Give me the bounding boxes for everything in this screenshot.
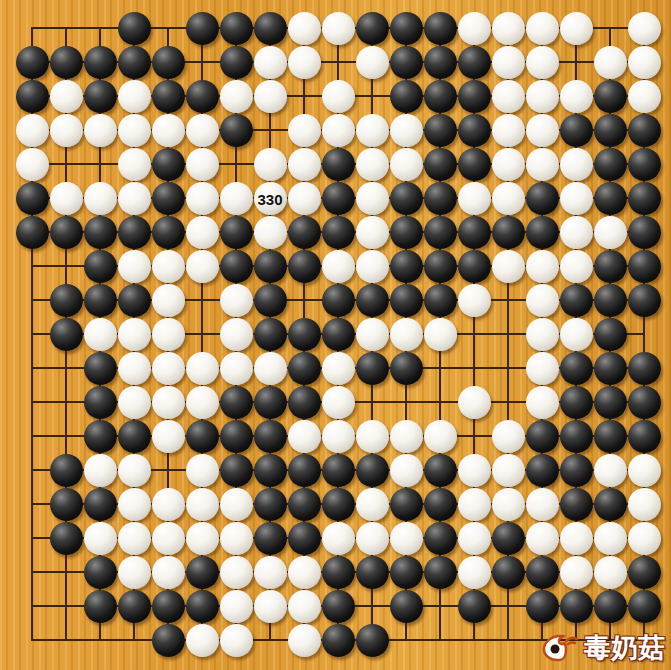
black-stone bbox=[50, 522, 83, 555]
white-stone bbox=[356, 182, 389, 215]
white-stone bbox=[16, 114, 49, 147]
black-stone bbox=[594, 148, 627, 181]
white-stone bbox=[560, 556, 593, 589]
black-stone bbox=[424, 148, 457, 181]
black-stone bbox=[254, 284, 287, 317]
white-stone bbox=[152, 522, 185, 555]
white-stone bbox=[356, 148, 389, 181]
white-stone bbox=[356, 488, 389, 521]
white-stone bbox=[492, 488, 525, 521]
black-stone bbox=[424, 80, 457, 113]
white-stone bbox=[322, 352, 355, 385]
white-stone bbox=[390, 318, 423, 351]
black-stone bbox=[390, 590, 423, 623]
white-stone bbox=[492, 12, 525, 45]
watermark: 毒奶菇 bbox=[542, 630, 665, 666]
white-stone bbox=[492, 420, 525, 453]
black-stone bbox=[152, 46, 185, 79]
white-stone bbox=[152, 250, 185, 283]
black-stone bbox=[356, 284, 389, 317]
black-stone bbox=[118, 12, 151, 45]
black-stone bbox=[84, 488, 117, 521]
white-stone bbox=[220, 352, 253, 385]
white-stone bbox=[288, 12, 321, 45]
white-stone bbox=[458, 386, 491, 419]
white-stone bbox=[288, 420, 321, 453]
black-stone bbox=[526, 216, 559, 249]
black-stone bbox=[118, 284, 151, 317]
black-stone bbox=[322, 556, 355, 589]
black-stone bbox=[152, 182, 185, 215]
black-stone bbox=[594, 250, 627, 283]
black-stone bbox=[390, 182, 423, 215]
white-stone bbox=[118, 318, 151, 351]
white-stone bbox=[458, 454, 491, 487]
white-stone bbox=[594, 454, 627, 487]
black-stone bbox=[390, 216, 423, 249]
black-stone bbox=[84, 556, 117, 589]
black-stone bbox=[628, 284, 661, 317]
black-stone bbox=[356, 12, 389, 45]
black-stone bbox=[254, 12, 287, 45]
black-stone bbox=[220, 216, 253, 249]
black-stone bbox=[560, 488, 593, 521]
white-stone bbox=[526, 250, 559, 283]
white-stone bbox=[152, 420, 185, 453]
black-stone bbox=[288, 352, 321, 385]
black-stone bbox=[254, 420, 287, 453]
white-stone bbox=[16, 148, 49, 181]
black-stone bbox=[390, 250, 423, 283]
black-stone bbox=[424, 250, 457, 283]
white-stone bbox=[390, 114, 423, 147]
white-stone bbox=[220, 80, 253, 113]
white-stone bbox=[526, 12, 559, 45]
white-stone bbox=[186, 488, 219, 521]
white-stone bbox=[118, 148, 151, 181]
white-stone bbox=[560, 12, 593, 45]
black-stone bbox=[628, 148, 661, 181]
white-stone bbox=[254, 216, 287, 249]
white-stone bbox=[152, 318, 185, 351]
black-stone bbox=[84, 352, 117, 385]
white-stone bbox=[220, 556, 253, 589]
black-stone bbox=[458, 148, 491, 181]
black-stone bbox=[152, 624, 185, 657]
white-stone bbox=[458, 182, 491, 215]
white-stone bbox=[186, 454, 219, 487]
black-stone bbox=[526, 182, 559, 215]
white-stone bbox=[254, 590, 287, 623]
white-stone bbox=[288, 46, 321, 79]
white-stone bbox=[220, 318, 253, 351]
black-stone bbox=[560, 454, 593, 487]
white-stone bbox=[186, 148, 219, 181]
black-stone bbox=[628, 216, 661, 249]
black-stone bbox=[288, 386, 321, 419]
black-stone bbox=[322, 590, 355, 623]
white-stone bbox=[288, 590, 321, 623]
white-stone bbox=[356, 114, 389, 147]
white-stone bbox=[118, 182, 151, 215]
white-stone bbox=[186, 182, 219, 215]
black-stone bbox=[526, 556, 559, 589]
white-stone bbox=[288, 556, 321, 589]
white-stone bbox=[492, 80, 525, 113]
black-stone bbox=[220, 386, 253, 419]
white-stone bbox=[628, 488, 661, 521]
white-stone bbox=[220, 624, 253, 657]
black-stone bbox=[288, 522, 321, 555]
white-stone bbox=[390, 454, 423, 487]
black-stone bbox=[424, 556, 457, 589]
black-stone bbox=[50, 488, 83, 521]
black-stone bbox=[526, 454, 559, 487]
black-stone bbox=[288, 488, 321, 521]
white-stone bbox=[186, 216, 219, 249]
black-stone bbox=[458, 250, 491, 283]
white-stone bbox=[288, 182, 321, 215]
white-stone bbox=[390, 148, 423, 181]
white-stone bbox=[526, 284, 559, 317]
white-stone bbox=[152, 352, 185, 385]
black-stone bbox=[152, 80, 185, 113]
black-stone bbox=[390, 12, 423, 45]
white-stone bbox=[594, 556, 627, 589]
black-stone bbox=[118, 46, 151, 79]
white-stone bbox=[84, 318, 117, 351]
white-stone bbox=[458, 522, 491, 555]
black-stone bbox=[84, 420, 117, 453]
black-stone bbox=[220, 250, 253, 283]
white-stone bbox=[628, 46, 661, 79]
white-stone bbox=[322, 420, 355, 453]
black-stone bbox=[322, 454, 355, 487]
white-stone bbox=[220, 182, 253, 215]
black-stone bbox=[254, 488, 287, 521]
black-stone bbox=[560, 352, 593, 385]
black-stone bbox=[84, 590, 117, 623]
black-stone bbox=[322, 624, 355, 657]
black-stone bbox=[16, 80, 49, 113]
black-stone bbox=[322, 216, 355, 249]
white-stone bbox=[220, 522, 253, 555]
white-stone bbox=[186, 352, 219, 385]
white-stone bbox=[254, 80, 287, 113]
black-stone bbox=[492, 216, 525, 249]
black-stone bbox=[50, 284, 83, 317]
white-stone bbox=[322, 80, 355, 113]
white-stone bbox=[118, 386, 151, 419]
black-stone bbox=[152, 216, 185, 249]
black-stone bbox=[628, 420, 661, 453]
white-stone bbox=[560, 522, 593, 555]
white-stone bbox=[526, 386, 559, 419]
black-stone bbox=[356, 352, 389, 385]
black-stone bbox=[118, 420, 151, 453]
black-stone bbox=[458, 80, 491, 113]
white-stone bbox=[254, 556, 287, 589]
black-stone bbox=[50, 216, 83, 249]
white-stone bbox=[322, 114, 355, 147]
white-stone bbox=[424, 318, 457, 351]
black-stone bbox=[356, 624, 389, 657]
white-stone bbox=[118, 114, 151, 147]
white-stone bbox=[628, 80, 661, 113]
white-stone bbox=[254, 352, 287, 385]
black-stone bbox=[118, 216, 151, 249]
white-stone bbox=[186, 386, 219, 419]
white-stone bbox=[560, 148, 593, 181]
white-stone bbox=[152, 386, 185, 419]
black-stone bbox=[322, 318, 355, 351]
black-stone bbox=[628, 352, 661, 385]
black-stone bbox=[390, 284, 423, 317]
white-stone bbox=[356, 250, 389, 283]
white-stone bbox=[186, 624, 219, 657]
black-stone bbox=[424, 454, 457, 487]
black-stone bbox=[594, 284, 627, 317]
white-stone bbox=[356, 216, 389, 249]
white-stone bbox=[526, 46, 559, 79]
black-stone bbox=[458, 114, 491, 147]
white-stone bbox=[356, 522, 389, 555]
black-stone bbox=[84, 80, 117, 113]
white-stone bbox=[220, 284, 253, 317]
black-stone bbox=[186, 80, 219, 113]
white-stone bbox=[84, 454, 117, 487]
black-stone bbox=[84, 46, 117, 79]
white-stone bbox=[118, 522, 151, 555]
white-stone bbox=[492, 182, 525, 215]
black-stone bbox=[594, 590, 627, 623]
black-stone bbox=[16, 216, 49, 249]
black-stone bbox=[594, 352, 627, 385]
black-stone bbox=[220, 46, 253, 79]
white-stone bbox=[526, 318, 559, 351]
white-stone bbox=[390, 420, 423, 453]
black-stone bbox=[526, 420, 559, 453]
black-stone bbox=[390, 556, 423, 589]
black-stone bbox=[186, 590, 219, 623]
black-stone bbox=[628, 250, 661, 283]
white-stone bbox=[118, 80, 151, 113]
black-stone bbox=[628, 114, 661, 147]
black-stone bbox=[220, 420, 253, 453]
black-stone bbox=[84, 250, 117, 283]
white-stone bbox=[118, 352, 151, 385]
black-stone bbox=[288, 250, 321, 283]
white-stone bbox=[526, 522, 559, 555]
white-stone bbox=[118, 556, 151, 589]
black-stone bbox=[458, 590, 491, 623]
black-stone bbox=[594, 420, 627, 453]
black-stone bbox=[560, 590, 593, 623]
white-stone bbox=[628, 454, 661, 487]
white-stone bbox=[84, 182, 117, 215]
white-stone bbox=[118, 454, 151, 487]
watermark-logo-icon bbox=[542, 633, 580, 663]
white-stone bbox=[254, 46, 287, 79]
white-stone bbox=[424, 420, 457, 453]
black-stone bbox=[118, 590, 151, 623]
black-stone bbox=[628, 182, 661, 215]
black-stone bbox=[322, 148, 355, 181]
black-stone bbox=[254, 386, 287, 419]
white-stone bbox=[594, 522, 627, 555]
white-stone bbox=[492, 454, 525, 487]
white-stone bbox=[526, 352, 559, 385]
white-stone bbox=[492, 250, 525, 283]
white-stone bbox=[560, 216, 593, 249]
black-stone bbox=[254, 250, 287, 283]
white-stone bbox=[492, 46, 525, 79]
black-stone bbox=[288, 318, 321, 351]
black-stone bbox=[254, 454, 287, 487]
black-stone bbox=[424, 114, 457, 147]
black-stone bbox=[594, 182, 627, 215]
black-stone bbox=[492, 556, 525, 589]
white-stone bbox=[492, 148, 525, 181]
white-stone bbox=[322, 386, 355, 419]
white-stone bbox=[594, 46, 627, 79]
black-stone bbox=[560, 386, 593, 419]
black-stone bbox=[220, 12, 253, 45]
white-stone bbox=[390, 522, 423, 555]
black-stone bbox=[356, 454, 389, 487]
black-stone bbox=[186, 556, 219, 589]
white-stone bbox=[458, 556, 491, 589]
black-stone bbox=[220, 114, 253, 147]
white-stone bbox=[186, 114, 219, 147]
black-stone bbox=[50, 46, 83, 79]
white-stone bbox=[356, 420, 389, 453]
black-stone bbox=[152, 148, 185, 181]
black-stone bbox=[84, 284, 117, 317]
black-stone bbox=[186, 12, 219, 45]
black-stone bbox=[390, 46, 423, 79]
black-stone bbox=[594, 318, 627, 351]
white-stone bbox=[356, 46, 389, 79]
black-stone bbox=[288, 216, 321, 249]
black-stone bbox=[594, 114, 627, 147]
black-stone bbox=[288, 454, 321, 487]
white-stone bbox=[560, 80, 593, 113]
black-stone bbox=[628, 590, 661, 623]
white-stone bbox=[288, 624, 321, 657]
black-stone bbox=[186, 420, 219, 453]
black-stone bbox=[16, 46, 49, 79]
white-stone bbox=[628, 12, 661, 45]
black-stone bbox=[594, 488, 627, 521]
black-stone bbox=[594, 386, 627, 419]
white-stone bbox=[458, 284, 491, 317]
white-stone bbox=[84, 522, 117, 555]
black-stone bbox=[322, 488, 355, 521]
white-stone bbox=[84, 114, 117, 147]
black-stone bbox=[390, 488, 423, 521]
white-stone bbox=[288, 148, 321, 181]
black-stone bbox=[356, 556, 389, 589]
black-stone bbox=[560, 114, 593, 147]
black-stone bbox=[84, 386, 117, 419]
black-stone bbox=[594, 80, 627, 113]
black-stone bbox=[560, 284, 593, 317]
black-stone bbox=[50, 454, 83, 487]
black-stone bbox=[424, 46, 457, 79]
black-stone bbox=[322, 182, 355, 215]
white-stone bbox=[152, 284, 185, 317]
white-stone bbox=[322, 522, 355, 555]
white-stone bbox=[288, 114, 321, 147]
black-stone bbox=[50, 318, 83, 351]
black-stone bbox=[628, 556, 661, 589]
white-stone bbox=[594, 216, 627, 249]
white-stone bbox=[118, 250, 151, 283]
watermark-text: 毒奶菇 bbox=[584, 630, 665, 666]
white-stone bbox=[322, 12, 355, 45]
black-stone bbox=[390, 352, 423, 385]
black-stone bbox=[424, 284, 457, 317]
black-stone bbox=[424, 488, 457, 521]
black-stone bbox=[152, 590, 185, 623]
white-stone bbox=[526, 148, 559, 181]
black-stone bbox=[424, 522, 457, 555]
black-stone bbox=[16, 182, 49, 215]
white-stone bbox=[186, 522, 219, 555]
move-number-label: 330 bbox=[257, 191, 282, 208]
black-stone bbox=[84, 216, 117, 249]
white-stone bbox=[458, 488, 491, 521]
black-stone bbox=[492, 522, 525, 555]
white-stone bbox=[152, 114, 185, 147]
black-stone bbox=[220, 454, 253, 487]
white-stone bbox=[526, 80, 559, 113]
white-stone bbox=[628, 522, 661, 555]
white-stone bbox=[50, 80, 83, 113]
black-stone bbox=[458, 46, 491, 79]
white-stone bbox=[186, 250, 219, 283]
white-stone bbox=[322, 250, 355, 283]
black-stone bbox=[390, 80, 423, 113]
white-stone bbox=[526, 488, 559, 521]
white-stone bbox=[50, 114, 83, 147]
white-stone bbox=[560, 318, 593, 351]
white-stone bbox=[152, 556, 185, 589]
white-stone bbox=[50, 182, 83, 215]
black-stone bbox=[322, 284, 355, 317]
white-stone bbox=[220, 488, 253, 521]
white-stone bbox=[152, 488, 185, 521]
white-stone bbox=[220, 590, 253, 623]
black-stone bbox=[254, 318, 287, 351]
white-stone bbox=[254, 148, 287, 181]
white-stone bbox=[492, 114, 525, 147]
white-stone bbox=[526, 114, 559, 147]
black-stone bbox=[254, 522, 287, 555]
black-stone bbox=[526, 590, 559, 623]
go-board-screenshot: 330 毒奶菇 bbox=[0, 0, 671, 670]
black-stone bbox=[424, 216, 457, 249]
white-stone bbox=[356, 318, 389, 351]
white-stone bbox=[458, 12, 491, 45]
white-stone bbox=[118, 488, 151, 521]
black-stone bbox=[628, 386, 661, 419]
black-stone bbox=[424, 182, 457, 215]
black-stone bbox=[560, 420, 593, 453]
white-stone bbox=[560, 182, 593, 215]
black-stone bbox=[424, 12, 457, 45]
